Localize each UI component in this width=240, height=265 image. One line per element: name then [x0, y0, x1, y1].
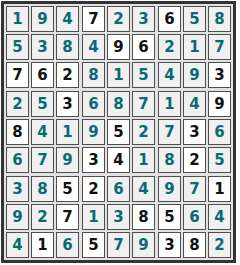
sudoku-cell-r8c8[interactable]: 6: [183, 204, 206, 230]
sudoku-box-1: 194538762: [6, 6, 79, 88]
sudoku-cell-r3c5[interactable]: 1: [107, 62, 130, 88]
sudoku-cell-r7c9[interactable]: 1: [208, 176, 231, 202]
sudoku-box-9: 971564382: [158, 176, 231, 258]
sudoku-cell-r1c3[interactable]: 4: [56, 6, 79, 32]
sudoku-cell-r9c8[interactable]: 8: [183, 232, 206, 258]
sudoku-cell-r2c8[interactable]: 1: [183, 34, 206, 60]
sudoku-cell-r5c4[interactable]: 9: [82, 119, 105, 145]
sudoku-cell-r6c4[interactable]: 3: [82, 147, 105, 173]
sudoku-cell-r6c6[interactable]: 1: [132, 147, 155, 173]
sudoku-box-8: 264138579: [82, 176, 155, 258]
sudoku-cell-r3c9[interactable]: 3: [208, 62, 231, 88]
sudoku-cell-r6c2[interactable]: 7: [31, 147, 54, 173]
sudoku-cell-r3c2[interactable]: 6: [31, 62, 54, 88]
sudoku-cell-r1c9[interactable]: 8: [208, 6, 231, 32]
sudoku-cell-r8c9[interactable]: 4: [208, 204, 231, 230]
sudoku-cell-r5c7[interactable]: 7: [158, 119, 181, 145]
sudoku-cell-r7c7[interactable]: 9: [158, 176, 181, 202]
sudoku-cell-r7c3[interactable]: 5: [56, 176, 79, 202]
sudoku-cell-r2c3[interactable]: 8: [56, 34, 79, 60]
sudoku-cell-r2c1[interactable]: 5: [6, 34, 29, 60]
sudoku-cell-r8c3[interactable]: 7: [56, 204, 79, 230]
sudoku-cell-r3c1[interactable]: 7: [6, 62, 29, 88]
sudoku-cell-r4c6[interactable]: 7: [132, 91, 155, 117]
sudoku-cell-r1c7[interactable]: 6: [158, 6, 181, 32]
sudoku-cell-r5c2[interactable]: 4: [31, 119, 54, 145]
sudoku-cell-r4c8[interactable]: 4: [183, 91, 206, 117]
sudoku-cell-r8c5[interactable]: 3: [107, 204, 130, 230]
sudoku-cell-r3c6[interactable]: 5: [132, 62, 155, 88]
sudoku-cell-r4c1[interactable]: 2: [6, 91, 29, 117]
sudoku-cell-r7c1[interactable]: 3: [6, 176, 29, 202]
sudoku-cell-r4c3[interactable]: 3: [56, 91, 79, 117]
sudoku-cell-r7c2[interactable]: 8: [31, 176, 54, 202]
sudoku-box-7: 385927416: [6, 176, 79, 258]
sudoku-cell-r7c4[interactable]: 2: [82, 176, 105, 202]
sudoku-cell-r2c6[interactable]: 6: [132, 34, 155, 60]
sudoku-cell-r4c4[interactable]: 6: [82, 91, 105, 117]
sudoku-cell-r9c4[interactable]: 5: [82, 232, 105, 258]
sudoku-cell-r7c8[interactable]: 7: [183, 176, 206, 202]
sudoku-cell-r8c4[interactable]: 1: [82, 204, 105, 230]
sudoku-cell-r1c2[interactable]: 9: [31, 6, 54, 32]
sudoku-cell-r6c7[interactable]: 8: [158, 147, 181, 173]
sudoku-cell-r2c2[interactable]: 3: [31, 34, 54, 60]
sudoku-cell-r7c6[interactable]: 4: [132, 176, 155, 202]
sudoku-cell-r5c1[interactable]: 8: [6, 119, 29, 145]
sudoku-cell-r6c5[interactable]: 4: [107, 147, 130, 173]
sudoku-box-4: 253841679: [6, 91, 79, 173]
sudoku-cell-r4c5[interactable]: 8: [107, 91, 130, 117]
sudoku-cell-r1c1[interactable]: 1: [6, 6, 29, 32]
sudoku-cell-r9c7[interactable]: 3: [158, 232, 181, 258]
sudoku-cell-r9c6[interactable]: 9: [132, 232, 155, 258]
sudoku-cell-r8c6[interactable]: 8: [132, 204, 155, 230]
sudoku-box-6: 149736825: [158, 91, 231, 173]
sudoku-cell-r8c1[interactable]: 9: [6, 204, 29, 230]
sudoku-box-5: 687952341: [82, 91, 155, 173]
sudoku-cell-r1c6[interactable]: 3: [132, 6, 155, 32]
sudoku-cell-r2c7[interactable]: 2: [158, 34, 181, 60]
sudoku-cell-r9c3[interactable]: 6: [56, 232, 79, 258]
sudoku-cell-r3c7[interactable]: 4: [158, 62, 181, 88]
sudoku-cell-r9c2[interactable]: 1: [31, 232, 54, 258]
sudoku-cell-r6c3[interactable]: 9: [56, 147, 79, 173]
sudoku-cell-r2c5[interactable]: 9: [107, 34, 130, 60]
sudoku-cell-r3c3[interactable]: 2: [56, 62, 79, 88]
sudoku-cell-r6c9[interactable]: 5: [208, 147, 231, 173]
sudoku-cell-r9c5[interactable]: 7: [107, 232, 130, 258]
sudoku-cell-r4c9[interactable]: 9: [208, 91, 231, 117]
sudoku-cell-r5c9[interactable]: 6: [208, 119, 231, 145]
sudoku-box-3: 658217493: [158, 6, 231, 88]
sudoku-cell-r8c7[interactable]: 5: [158, 204, 181, 230]
sudoku-cell-r2c9[interactable]: 7: [208, 34, 231, 60]
sudoku-cell-r2c4[interactable]: 4: [82, 34, 105, 60]
sudoku-cell-r5c8[interactable]: 3: [183, 119, 206, 145]
sudoku-cell-r3c8[interactable]: 9: [183, 62, 206, 88]
sudoku-cell-r5c5[interactable]: 5: [107, 119, 130, 145]
sudoku-cell-r1c8[interactable]: 5: [183, 6, 206, 32]
sudoku-cell-r1c4[interactable]: 7: [82, 6, 105, 32]
sudoku-cell-r5c6[interactable]: 2: [132, 119, 155, 145]
sudoku-box-2: 723496815: [82, 6, 155, 88]
sudoku-board: 1945387627234968156582174932538416796879…: [1, 1, 236, 263]
sudoku-cell-r1c5[interactable]: 2: [107, 6, 130, 32]
sudoku-cell-r5c3[interactable]: 1: [56, 119, 79, 145]
sudoku-cell-r6c8[interactable]: 2: [183, 147, 206, 173]
sudoku-cell-r4c7[interactable]: 1: [158, 91, 181, 117]
sudoku-grid: 1945387627234968156582174932538416796879…: [6, 6, 231, 258]
sudoku-cell-r4c2[interactable]: 5: [31, 91, 54, 117]
sudoku-cell-r7c5[interactable]: 6: [107, 176, 130, 202]
sudoku-cell-r3c4[interactable]: 8: [82, 62, 105, 88]
sudoku-cell-r6c1[interactable]: 6: [6, 147, 29, 173]
sudoku-cell-r9c1[interactable]: 4: [6, 232, 29, 258]
sudoku-cell-r9c9[interactable]: 2: [208, 232, 231, 258]
sudoku-cell-r8c2[interactable]: 2: [31, 204, 54, 230]
